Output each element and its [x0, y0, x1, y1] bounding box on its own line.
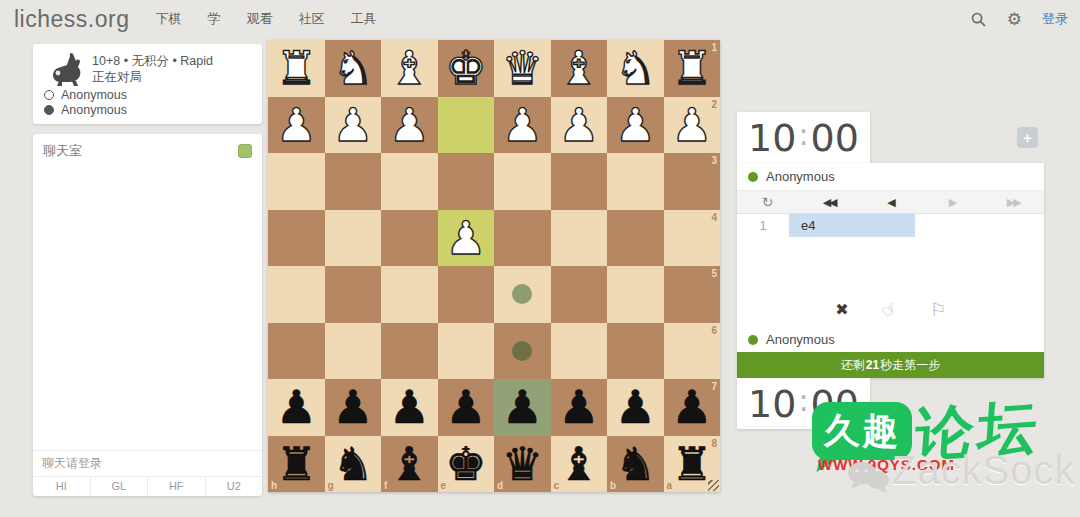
black-pawn[interactable]: ♟ [438, 379, 495, 436]
chat-header: 聊天室 [33, 134, 262, 166]
move-list-row: 1 e4 [737, 214, 1044, 237]
header-right: ⚙ 登录 [970, 0, 1068, 38]
top-player-row: Anonymous [737, 163, 1044, 190]
square-e1[interactable]: ♚ [438, 40, 495, 97]
white-player-line: Anonymous [44, 88, 253, 103]
white-pawn[interactable]: ♟ [607, 97, 664, 154]
black-color-icon [44, 105, 54, 115]
coord-rank-3: 3 [711, 155, 717, 166]
move-number: 1 [737, 214, 789, 237]
square-c6[interactable] [551, 323, 608, 380]
clock-seconds: 00 [811, 116, 859, 160]
square-g5[interactable] [325, 266, 382, 323]
square-f4[interactable] [381, 210, 438, 267]
clock-colon: : [796, 117, 810, 158]
prev-move-icon[interactable]: ◀ [860, 191, 921, 213]
square-b5[interactable] [607, 266, 664, 323]
watermark-calligraphy: 论坛 [913, 388, 1043, 474]
square-h8[interactable]: ♜h [268, 436, 325, 493]
preset-u2-button[interactable]: U2 [205, 477, 263, 496]
gear-icon[interactable]: ⚙ [1007, 11, 1022, 28]
offer-draw-hand-icon[interactable]: ☞ [876, 295, 903, 323]
banner-prefix: 还剩 [841, 357, 865, 374]
coord-file-a: a [667, 480, 673, 491]
banner-suffix: 秒走第一步 [880, 357, 940, 374]
coord-rank-5: 5 [711, 268, 717, 279]
square-g3[interactable] [325, 153, 382, 210]
lichess-logo[interactable]: lichess.org [14, 6, 129, 33]
square-f6[interactable] [381, 323, 438, 380]
black-pawn[interactable]: ♟ [325, 379, 382, 436]
white-rook[interactable]: ♜ [268, 40, 325, 97]
chat-presets: HI GL HF U2 [33, 476, 262, 496]
bottom-player-name: Anonymous [766, 332, 835, 347]
black-pawn[interactable]: ♟ [607, 379, 664, 436]
white-pawn[interactable]: ♟ [494, 97, 551, 154]
white-knight[interactable]: ♞ [325, 40, 382, 97]
square-e2[interactable] [438, 97, 495, 154]
square-e6[interactable] [438, 323, 495, 380]
game-info-top: 10+8 • 无积分 • Rapid 正在对局 [42, 51, 253, 88]
top-navbar: lichess.org 下棋 学 观看 社区 工具 ⚙ 登录 [0, 0, 1080, 38]
square-a3[interactable]: 3 [664, 153, 721, 210]
square-f5[interactable] [381, 266, 438, 323]
black-player-line: Anonymous [44, 103, 253, 118]
next-move-icon[interactable]: ▶ [921, 191, 982, 213]
move-navigation: ↻ ◀◀ ◀ ▶ ▶▶ [737, 190, 1044, 214]
square-c7[interactable]: ♟ [551, 379, 608, 436]
coord-rank-4: 4 [711, 212, 717, 223]
square-c1[interactable]: ♝ [551, 40, 608, 97]
square-a7[interactable]: ♟7 [664, 379, 721, 436]
black-bishop[interactable]: ♝ [381, 436, 438, 493]
watermark-url: WWW.9QYS.COM [818, 456, 955, 473]
coord-file-g: g [328, 480, 334, 491]
search-icon[interactable] [970, 11, 987, 28]
square-e3[interactable] [438, 153, 495, 210]
square-f3[interactable] [381, 153, 438, 210]
black-pawn[interactable]: ♟ [381, 379, 438, 436]
square-h5[interactable] [268, 266, 325, 323]
menu-item-tools[interactable]: 工具 [350, 10, 376, 28]
square-b3[interactable] [607, 153, 664, 210]
coord-rank-1: 1 [711, 42, 717, 53]
square-h4[interactable] [268, 210, 325, 267]
coord-file-e: e [441, 480, 447, 491]
square-a8[interactable]: ♜8a [664, 436, 721, 493]
black-pawn[interactable]: ♟ [494, 379, 551, 436]
square-g1[interactable]: ♞ [325, 40, 382, 97]
move-e4-selected[interactable]: e4 [789, 214, 915, 237]
online-dot-icon [748, 335, 758, 345]
square-a5[interactable]: 5 [664, 266, 721, 323]
white-player-name: Anonymous [61, 88, 127, 103]
chess-board[interactable]: ♜♞♝♚♛♝♞♜1♟♟♟♟♟♟♟23♟456♟♟♟♟♟♟♟♟7♜h♞g♝f♚e♛… [268, 40, 720, 492]
square-c4[interactable] [551, 210, 608, 267]
white-pawn[interactable]: ♟ [381, 97, 438, 154]
preset-hi-button[interactable]: HI [33, 477, 90, 496]
square-h1[interactable]: ♜ [268, 40, 325, 97]
time-control: 10+8 • 无积分 • Rapid [92, 53, 213, 69]
white-bishop[interactable]: ♝ [551, 40, 608, 97]
first-move-icon[interactable]: ◀◀ [798, 191, 859, 213]
square-e8[interactable]: ♚e [438, 436, 495, 493]
chat-messages [33, 166, 262, 450]
flip-board-icon[interactable]: ↻ [737, 191, 798, 213]
square-b8[interactable]: ♞b [607, 436, 664, 493]
square-b7[interactable]: ♟ [607, 379, 664, 436]
add-time-button[interactable]: + [1017, 127, 1038, 148]
white-king[interactable]: ♚ [438, 40, 495, 97]
coord-file-f: f [384, 480, 387, 491]
square-b1[interactable]: ♞ [607, 40, 664, 97]
menu-item-play[interactable]: 下棋 [155, 10, 181, 28]
clock-minutes: 10 [748, 116, 796, 160]
white-pawn[interactable]: ♟ [551, 97, 608, 154]
login-link[interactable]: 登录 [1042, 10, 1068, 28]
square-b6[interactable] [607, 323, 664, 380]
black-pawn[interactable]: ♟ [551, 379, 608, 436]
online-dot-icon [748, 172, 758, 182]
resign-flag-icon[interactable]: ⚐ [930, 299, 946, 320]
square-g6[interactable] [325, 323, 382, 380]
bottom-player-clock: 10:00 [737, 378, 870, 429]
square-f1[interactable]: ♝ [381, 40, 438, 97]
white-pawn[interactable]: ♟ [438, 210, 495, 267]
coord-file-d: d [497, 480, 503, 491]
square-d1[interactable]: ♛ [494, 40, 551, 97]
chat-toggle[interactable] [238, 144, 252, 158]
square-f7[interactable]: ♟ [381, 379, 438, 436]
game-action-buttons: ✖ ☞ ⚐ [737, 291, 1044, 327]
square-g2[interactable]: ♟ [325, 97, 382, 154]
main-menu: 下棋 学 观看 社区 工具 [155, 10, 376, 28]
square-g4[interactable] [325, 210, 382, 267]
menu-item-community[interactable]: 社区 [298, 10, 324, 28]
square-a1[interactable]: ♜1 [664, 40, 721, 97]
square-a6[interactable]: 6 [664, 323, 721, 380]
square-b2[interactable]: ♟ [607, 97, 664, 154]
chat-title: 聊天室 [43, 142, 82, 160]
first-move-timer-banner: 还剩21 秒走第一步 [737, 352, 1044, 378]
square-g8[interactable]: ♞g [325, 436, 382, 493]
preset-hf-button[interactable]: HF [147, 477, 205, 496]
white-pawn[interactable]: ♟ [325, 97, 382, 154]
square-e7[interactable]: ♟ [438, 379, 495, 436]
square-c8[interactable]: ♝c [551, 436, 608, 493]
black-pawn[interactable]: ♟ [268, 379, 325, 436]
board-resize-handle[interactable] [708, 480, 719, 491]
square-d6[interactable] [494, 323, 551, 380]
square-d2[interactable]: ♟ [494, 97, 551, 154]
square-b4[interactable] [607, 210, 664, 267]
game-status: 正在对局 [92, 69, 213, 85]
white-bishop[interactable]: ♝ [381, 40, 438, 97]
square-h7[interactable]: ♟ [268, 379, 325, 436]
square-e4[interactable]: ♟ [438, 210, 495, 267]
top-player-clock: 10:00 [737, 112, 870, 163]
coord-rank-6: 6 [711, 325, 717, 336]
game-info-card: 10+8 • 无积分 • Rapid 正在对局 Anonymous Anonym… [33, 44, 262, 124]
square-d5[interactable] [494, 266, 551, 323]
square-g7[interactable]: ♟ [325, 379, 382, 436]
chat-card: 聊天室 聊天请登录 HI GL HF U2 [33, 134, 262, 496]
game-info-lines: 10+8 • 无积分 • Rapid 正在对局 [92, 51, 213, 85]
move-list-empty [737, 237, 1044, 291]
white-color-icon [44, 90, 54, 100]
square-d8[interactable]: ♛d [494, 436, 551, 493]
square-e5[interactable] [438, 266, 495, 323]
coord-file-c: c [554, 480, 560, 491]
game-panel: Anonymous ↻ ◀◀ ◀ ▶ ▶▶ 1 e4 ✖ ☞ ⚐ Anonymo… [737, 163, 1044, 378]
square-d7[interactable]: ♟ [494, 379, 551, 436]
coord-file-h: h [271, 480, 277, 491]
white-pawn[interactable]: ♟ [268, 97, 325, 154]
square-c5[interactable] [551, 266, 608, 323]
white-knight[interactable]: ♞ [607, 40, 664, 97]
top-player-name: Anonymous [766, 169, 835, 184]
last-move-icon[interactable]: ▶▶ [983, 191, 1044, 213]
bottom-player-row: Anonymous [737, 327, 1044, 352]
square-c3[interactable] [551, 153, 608, 210]
coord-rank-2: 2 [711, 99, 717, 110]
square-a4[interactable]: 4 [664, 210, 721, 267]
chat-login-prompt: 聊天请登录 [33, 450, 262, 476]
wechat-icon [846, 460, 890, 494]
clock-colon: : [796, 383, 810, 424]
watermark-author: ZackSock [892, 448, 1076, 493]
black-player-name: Anonymous [61, 103, 127, 118]
clock-seconds: 00 [811, 382, 859, 426]
square-h2[interactable]: ♟ [268, 97, 325, 154]
preset-gl-button[interactable]: GL [90, 477, 148, 496]
coord-rank-8: 8 [711, 438, 717, 449]
white-queen[interactable]: ♛ [494, 40, 551, 97]
coord-rank-7: 7 [711, 381, 717, 392]
clock-minutes: 10 [748, 382, 796, 426]
menu-item-watch[interactable]: 观看 [246, 10, 272, 28]
rapid-rabbit-icon [50, 52, 84, 88]
square-c2[interactable]: ♟ [551, 97, 608, 154]
square-d3[interactable] [494, 153, 551, 210]
square-h3[interactable] [268, 153, 325, 210]
menu-item-learn[interactable]: 学 [207, 10, 220, 28]
abort-game-icon[interactable]: ✖ [835, 300, 848, 319]
square-d4[interactable] [494, 210, 551, 267]
banner-seconds: 21 [866, 358, 879, 372]
coord-file-b: b [610, 480, 616, 491]
square-a2[interactable]: ♟2 [664, 97, 721, 154]
square-f2[interactable]: ♟ [381, 97, 438, 154]
square-f8[interactable]: ♝f [381, 436, 438, 493]
square-h6[interactable] [268, 323, 325, 380]
